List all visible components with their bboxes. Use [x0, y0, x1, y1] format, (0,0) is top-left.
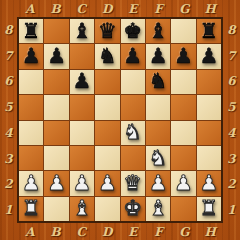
- rank-label-8: 8: [227, 24, 235, 36]
- square-c4[interactable]: [70, 121, 94, 145]
- white-rook-a1[interactable]: ♜: [22, 198, 41, 219]
- black-rook-h8[interactable]: ♜: [199, 21, 218, 42]
- square-h4[interactable]: [197, 121, 221, 145]
- file-label-a: A: [25, 3, 34, 15]
- white-pawn-d2[interactable]: ♟: [98, 173, 117, 194]
- square-c1[interactable]: ♝: [70, 197, 94, 221]
- square-e1[interactable]: ♚: [121, 197, 145, 221]
- white-pawn-h2[interactable]: ♟: [199, 173, 218, 194]
- rank-labels-left: 87654321: [0, 17, 17, 223]
- square-a5[interactable]: [19, 95, 43, 119]
- square-e4[interactable]: ♞: [121, 121, 145, 145]
- square-f8[interactable]: ♝: [146, 19, 170, 43]
- square-a1[interactable]: ♜: [19, 197, 43, 221]
- square-g5[interactable]: [171, 95, 195, 119]
- file-label-h: H: [204, 3, 215, 15]
- square-c3[interactable]: [70, 146, 94, 170]
- white-pawn-f2[interactable]: ♟: [149, 173, 168, 194]
- rank-labels-right: 87654321: [223, 17, 240, 223]
- white-pawn-g2[interactable]: ♟: [174, 173, 193, 194]
- square-d6[interactable]: [95, 70, 119, 94]
- square-h7[interactable]: ♟: [197, 44, 221, 68]
- white-king-e1[interactable]: ♚: [123, 198, 142, 219]
- file-label-b: B: [51, 226, 61, 238]
- white-pawn-a2[interactable]: ♟: [22, 173, 41, 194]
- chess-board: ♜♝♛♚♝♜♟♟♞♟♟♟♟♟♞♞♞♟♟♟♟♛♟♟♟♜♝♚♝♜: [17, 17, 223, 223]
- square-d3[interactable]: [95, 146, 119, 170]
- rank-label-7: 7: [227, 50, 235, 62]
- file-label-a: A: [25, 226, 34, 238]
- square-a4[interactable]: [19, 121, 43, 145]
- square-b6[interactable]: [44, 70, 68, 94]
- square-g3[interactable]: [171, 146, 195, 170]
- file-label-b: B: [51, 3, 61, 15]
- square-d5[interactable]: [95, 95, 119, 119]
- black-bishop-f8[interactable]: ♝: [149, 21, 168, 42]
- rank-label-7: 7: [4, 50, 12, 62]
- rank-label-5: 5: [227, 101, 235, 113]
- square-h6[interactable]: [197, 70, 221, 94]
- file-label-c: C: [77, 226, 87, 238]
- square-g7[interactable]: ♟: [171, 44, 195, 68]
- white-bishop-c1[interactable]: ♝: [73, 198, 92, 219]
- rank-label-4: 4: [4, 127, 12, 139]
- square-b2[interactable]: ♟: [44, 171, 68, 195]
- square-a3[interactable]: [19, 146, 43, 170]
- square-f2[interactable]: ♟: [146, 171, 170, 195]
- rank-label-6: 6: [4, 75, 12, 87]
- square-b3[interactable]: [44, 146, 68, 170]
- black-pawn-b7[interactable]: ♟: [47, 46, 66, 67]
- square-h8[interactable]: ♜: [197, 19, 221, 43]
- rank-label-3: 3: [227, 153, 235, 165]
- white-knight-e4[interactable]: ♞: [123, 122, 142, 143]
- square-e8[interactable]: ♚: [121, 19, 145, 43]
- file-label-d: D: [102, 226, 112, 238]
- black-knight-d7[interactable]: ♞: [98, 46, 117, 67]
- black-pawn-g7[interactable]: ♟: [174, 46, 193, 67]
- square-c8[interactable]: ♝: [70, 19, 94, 43]
- black-king-e8[interactable]: ♚: [123, 21, 142, 42]
- square-a7[interactable]: ♟: [19, 44, 43, 68]
- square-e3[interactable]: [121, 146, 145, 170]
- file-label-h: H: [204, 226, 215, 238]
- square-e7[interactable]: ♟: [121, 44, 145, 68]
- rank-label-5: 5: [4, 101, 12, 113]
- white-bishop-f1[interactable]: ♝: [149, 198, 168, 219]
- square-f6[interactable]: ♞: [146, 70, 170, 94]
- square-b1[interactable]: [44, 197, 68, 221]
- square-d4[interactable]: [95, 121, 119, 145]
- square-d8[interactable]: ♛: [95, 19, 119, 43]
- square-a2[interactable]: ♟: [19, 171, 43, 195]
- file-label-c: C: [77, 3, 87, 15]
- black-bishop-c8[interactable]: ♝: [73, 21, 92, 42]
- square-d1[interactable]: [95, 197, 119, 221]
- square-b7[interactable]: ♟: [44, 44, 68, 68]
- square-e2[interactable]: ♛: [121, 171, 145, 195]
- square-g1[interactable]: [171, 197, 195, 221]
- square-g4[interactable]: [171, 121, 195, 145]
- square-h3[interactable]: [197, 146, 221, 170]
- square-c2[interactable]: ♟: [70, 171, 94, 195]
- square-c5[interactable]: [70, 95, 94, 119]
- file-labels-top: ABCDEFGH: [17, 0, 223, 17]
- black-rook-a8[interactable]: ♜: [22, 21, 41, 42]
- square-b4[interactable]: [44, 121, 68, 145]
- rank-label-1: 1: [4, 204, 12, 216]
- file-label-f: F: [154, 3, 163, 15]
- black-pawn-h7[interactable]: ♟: [199, 46, 218, 67]
- black-pawn-f7[interactable]: ♟: [149, 46, 168, 67]
- square-f3[interactable]: ♞: [146, 146, 170, 170]
- file-label-e: E: [128, 3, 137, 15]
- rank-label-2: 2: [4, 178, 12, 190]
- square-h5[interactable]: [197, 95, 221, 119]
- square-d2[interactable]: ♟: [95, 171, 119, 195]
- file-label-g: G: [179, 3, 189, 15]
- square-a8[interactable]: ♜: [19, 19, 43, 43]
- square-f1[interactable]: ♝: [146, 197, 170, 221]
- chess-app: ABCDEFGH ABCDEFGH 87654321 87654321 ♜♝♛♚…: [0, 0, 240, 240]
- square-g6[interactable]: [171, 70, 195, 94]
- square-b8[interactable]: [44, 19, 68, 43]
- square-f7[interactable]: ♟: [146, 44, 170, 68]
- square-e6[interactable]: [121, 70, 145, 94]
- white-pawn-c2[interactable]: ♟: [73, 173, 92, 194]
- square-e5[interactable]: [121, 95, 145, 119]
- square-b5[interactable]: [44, 95, 68, 119]
- file-label-g: G: [179, 226, 189, 238]
- rank-label-6: 6: [227, 75, 235, 87]
- rank-label-8: 8: [4, 24, 12, 36]
- white-rook-h1[interactable]: ♜: [199, 198, 218, 219]
- square-g8[interactable]: [171, 19, 195, 43]
- rank-label-3: 3: [4, 153, 12, 165]
- file-label-f: F: [154, 226, 163, 238]
- black-pawn-e7[interactable]: ♟: [123, 46, 142, 67]
- square-f5[interactable]: [146, 95, 170, 119]
- square-c6[interactable]: ♟: [70, 70, 94, 94]
- black-pawn-a7[interactable]: ♟: [22, 46, 41, 67]
- square-a6[interactable]: [19, 70, 43, 94]
- file-label-d: D: [102, 3, 112, 15]
- black-knight-f6[interactable]: ♞: [149, 71, 168, 92]
- white-pawn-b2[interactable]: ♟: [47, 173, 66, 194]
- square-h2[interactable]: ♟: [197, 171, 221, 195]
- black-pawn-c6[interactable]: ♟: [73, 71, 92, 92]
- square-f4[interactable]: [146, 121, 170, 145]
- black-queen-d8[interactable]: ♛: [98, 21, 117, 42]
- white-knight-f3[interactable]: ♞: [149, 148, 168, 169]
- file-label-e: E: [128, 226, 137, 238]
- rank-label-1: 1: [227, 204, 235, 216]
- square-c7[interactable]: [70, 44, 94, 68]
- file-labels-bottom: ABCDEFGH: [17, 223, 223, 240]
- square-d7[interactable]: ♞: [95, 44, 119, 68]
- rank-label-2: 2: [227, 178, 235, 190]
- rank-label-4: 4: [227, 127, 235, 139]
- square-g2[interactable]: ♟: [171, 171, 195, 195]
- square-h1[interactable]: ♜: [197, 197, 221, 221]
- white-queen-e2[interactable]: ♛: [123, 173, 142, 194]
